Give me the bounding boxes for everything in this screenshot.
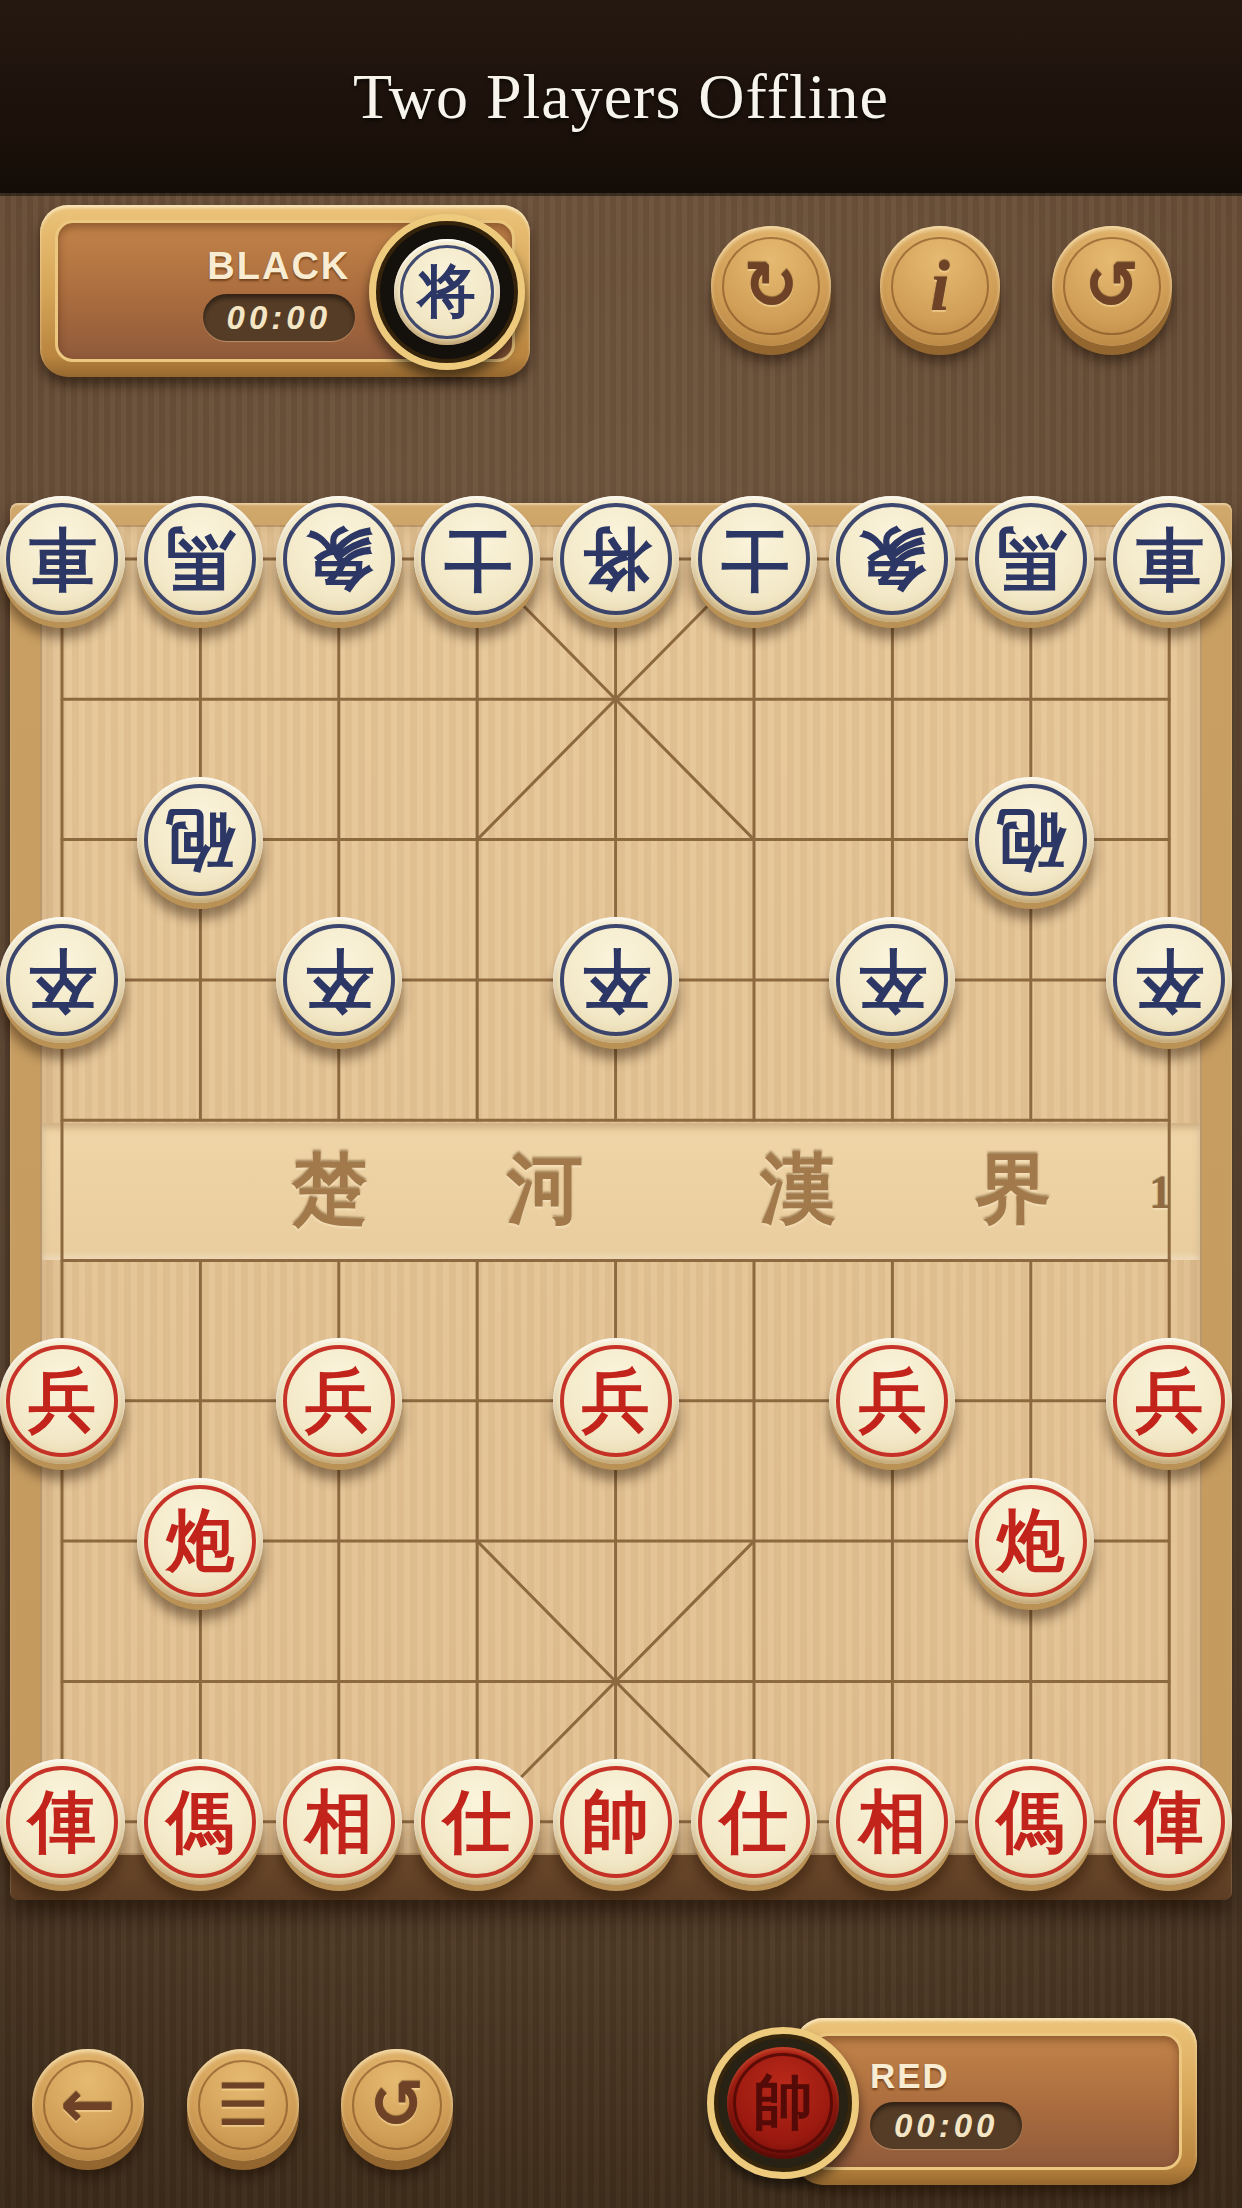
piece-glyph: 馬 — [166, 525, 234, 593]
piece-glyph: 砲 — [997, 806, 1065, 874]
piece-black-horse-f1r0[interactable]: 馬 — [137, 496, 263, 622]
piece-black-elephant-f2r0[interactable]: 象 — [276, 496, 402, 622]
piece-glyph: 相 — [858, 1788, 926, 1856]
piece-red-cannon-f7r7[interactable]: 炮 — [968, 1478, 1094, 1604]
piece-glyph: 卒 — [858, 946, 926, 1014]
piece-glyph: 卒 — [305, 946, 373, 1014]
piece-red-soldier-f8r6[interactable]: 兵 — [1106, 1338, 1232, 1464]
black-general-badge: 将 — [369, 214, 525, 370]
menu-icon: ☰ — [217, 2076, 269, 2134]
piece-glyph: 俥 — [28, 1788, 96, 1856]
piece-glyph: 兵 — [305, 1367, 373, 1435]
piece-red-advisor-f3r9[interactable]: 仕 — [414, 1759, 540, 1885]
piece-glyph: 兵 — [582, 1367, 650, 1435]
piece-glyph: 卒 — [28, 946, 96, 1014]
undo-button[interactable]: ↺ — [341, 2049, 453, 2161]
piece-glyph: 士 — [443, 525, 511, 593]
piece-black-cannon-f1r2[interactable]: 砲 — [137, 777, 263, 903]
piece-glyph: 士 — [720, 525, 788, 593]
piece-glyph: 将 — [582, 525, 650, 593]
piece-glyph: 卒 — [1135, 946, 1203, 1014]
piece-red-elephant-f2r9[interactable]: 相 — [276, 1759, 402, 1885]
pieces-layer: 車馬象士将士象馬車砲砲卒卒卒卒卒兵兵兵兵兵炮炮俥傌相仕帥仕相傌俥 — [10, 503, 1232, 1900]
piece-glyph: 象 — [858, 525, 926, 593]
piece-glyph: 仕 — [443, 1788, 511, 1856]
info-icon: i — [930, 250, 950, 322]
page-title: Two Players Offline — [353, 60, 889, 134]
piece-red-horse-f1r9[interactable]: 傌 — [137, 1759, 263, 1885]
piece-black-horse-f7r0[interactable]: 馬 — [968, 496, 1094, 622]
piece-glyph: 相 — [305, 1788, 373, 1856]
back-button[interactable]: ← — [32, 2049, 144, 2161]
black-player-name: BLACK — [207, 247, 350, 285]
piece-red-soldier-f6r6[interactable]: 兵 — [829, 1338, 955, 1464]
piece-glyph: 仕 — [720, 1788, 788, 1856]
piece-red-advisor-f5r9[interactable]: 仕 — [691, 1759, 817, 1885]
piece-glyph: 兵 — [858, 1367, 926, 1435]
red-general-badge: 帥 — [707, 2027, 859, 2179]
piece-red-general-f4r9[interactable]: 帥 — [553, 1759, 679, 1885]
piece-glyph: 車 — [28, 525, 96, 593]
piece-black-soldier-f0r3[interactable]: 卒 — [0, 917, 125, 1043]
piece-black-chariot-f8r0[interactable]: 車 — [1106, 496, 1232, 622]
piece-glyph: 傌 — [997, 1788, 1065, 1856]
red-clock: 00:00 — [894, 2107, 998, 2144]
swap-sides-button[interactable]: ↻ — [711, 226, 831, 346]
app-screen: Two Players Offline BLACK 00:00 将 ↻ i ↺ … — [0, 0, 1242, 2208]
red-player-name: RED — [870, 2058, 950, 2093]
piece-black-general-f4r0[interactable]: 将 — [553, 496, 679, 622]
piece-glyph: 俥 — [1135, 1788, 1203, 1856]
piece-red-horse-f7r9[interactable]: 傌 — [968, 1759, 1094, 1885]
header: Two Players Offline — [0, 0, 1242, 193]
xiangqi-board: 楚 河 漢 界 1 車馬象士将士象馬車砲砲卒卒卒卒卒兵兵兵兵兵炮炮俥傌相仕帥仕相… — [10, 503, 1232, 1900]
black-clock: 00:00 — [227, 299, 331, 336]
red-general-badge-piece: 帥 — [727, 2047, 839, 2159]
piece-black-chariot-f0r0[interactable]: 車 — [0, 496, 125, 622]
piece-glyph: 炮 — [166, 1507, 234, 1575]
piece-glyph: 傌 — [166, 1788, 234, 1856]
piece-red-elephant-f6r9[interactable]: 相 — [829, 1759, 955, 1885]
piece-glyph: 車 — [1135, 525, 1203, 593]
piece-black-soldier-f4r3[interactable]: 卒 — [553, 917, 679, 1043]
piece-red-soldier-f0r6[interactable]: 兵 — [0, 1338, 125, 1464]
piece-black-advisor-f5r0[interactable]: 士 — [691, 496, 817, 622]
piece-black-elephant-f6r0[interactable]: 象 — [829, 496, 955, 622]
piece-glyph: 兵 — [28, 1367, 96, 1435]
restart-button[interactable]: ↺ — [1052, 226, 1172, 346]
piece-glyph: 炮 — [997, 1507, 1065, 1575]
piece-red-chariot-f0r9[interactable]: 俥 — [0, 1759, 125, 1885]
black-timer-pill: 00:00 — [203, 294, 355, 341]
info-button[interactable]: i — [880, 226, 1000, 346]
piece-glyph: 象 — [305, 525, 373, 593]
piece-red-soldier-f2r6[interactable]: 兵 — [276, 1338, 402, 1464]
piece-black-advisor-f3r0[interactable]: 士 — [414, 496, 540, 622]
piece-glyph: 砲 — [166, 806, 234, 874]
black-general-badge-piece: 将 — [394, 239, 500, 345]
piece-red-soldier-f4r6[interactable]: 兵 — [553, 1338, 679, 1464]
piece-red-chariot-f8r9[interactable]: 俥 — [1106, 1759, 1232, 1885]
piece-black-soldier-f2r3[interactable]: 卒 — [276, 917, 402, 1043]
piece-glyph: 卒 — [582, 946, 650, 1014]
piece-black-cannon-f7r2[interactable]: 砲 — [968, 777, 1094, 903]
piece-black-soldier-f8r3[interactable]: 卒 — [1106, 917, 1232, 1043]
piece-glyph: 帥 — [582, 1788, 650, 1856]
piece-red-cannon-f1r7[interactable]: 炮 — [137, 1478, 263, 1604]
red-timer-pill: 00:00 — [870, 2102, 1022, 2149]
undo-icon: ↺ — [369, 2072, 424, 2138]
piece-black-soldier-f6r3[interactable]: 卒 — [829, 917, 955, 1043]
menu-button[interactable]: ☰ — [187, 2049, 299, 2161]
swap-sides-icon: ↻ — [743, 253, 798, 319]
restart-icon: ↺ — [1084, 253, 1139, 319]
back-icon: ← — [60, 2072, 115, 2138]
piece-glyph: 馬 — [997, 525, 1065, 593]
piece-glyph: 兵 — [1135, 1367, 1203, 1435]
